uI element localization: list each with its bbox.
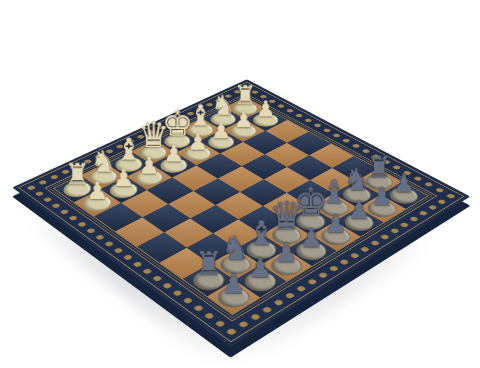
square-e6[interactable] [196,154,241,179]
white-piece-base [110,154,148,175]
white-piece-base [203,132,240,152]
black-pawn[interactable]: ♟ [209,270,259,297]
square-h7[interactable]: ♟ [244,109,287,131]
white-bishop[interactable]: ♝ [180,101,221,130]
board-scene: ♜♟♜♟♞♟♞♟♝♟♝♟♚♟♚♟♛♟♛♟♝♟♝♟♞♟♞♟♜♟♜♟ [0,0,480,368]
square-g6[interactable] [243,131,287,154]
white-piece-base [225,121,262,140]
white-piece-base [227,99,263,117]
square-e7[interactable]: ♟ [176,141,220,165]
square-f8[interactable]: ♝ [179,119,222,142]
white-pawn[interactable]: ♟ [246,98,286,120]
white-pawn[interactable]: ♟ [153,142,196,165]
white-pawn[interactable]: ♟ [177,130,219,153]
white-piece-base [159,131,196,151]
white-pawn[interactable]: ♟ [223,108,264,130]
white-knight[interactable]: ♞ [82,147,125,176]
white-pawn[interactable]: ♟ [128,154,171,178]
white-piece-base [248,110,284,129]
white-piece-base [135,142,173,162]
white-rook[interactable]: ♜ [225,82,265,108]
white-pawn[interactable]: ♟ [75,178,120,202]
square-e5[interactable] [218,166,264,192]
square-g8[interactable]: ♞ [202,108,244,130]
square-d7[interactable]: ♟ [151,153,196,178]
white-bishop[interactable]: ♝ [108,134,151,164]
white-piece-base [179,143,217,163]
square-f5[interactable] [242,154,287,179]
square-g7[interactable]: ♟ [222,119,265,142]
square-c7[interactable]: ♟ [126,165,172,191]
square-h6[interactable] [265,120,308,143]
square-e8[interactable]: ♚ [156,129,200,152]
square-c8[interactable]: ♝ [106,152,151,177]
square-f7[interactable]: ♟ [199,130,243,153]
square-d8[interactable]: ♛ [131,140,175,164]
product-photo-stage: ♜♟♜♟♞♟♞♟♝♟♝♟♚♟♚♟♛♟♛♟♝♟♝♟♞♟♞♟♜♟♜♟ [0,0,480,368]
square-h5[interactable] [287,132,331,156]
white-piece-base [182,120,219,139]
white-king[interactable]: ♚ [157,106,198,141]
white-queen[interactable]: ♛ [133,117,175,152]
white-piece-base [130,166,169,188]
square-h8[interactable]: ♜ [224,98,266,119]
square-f6[interactable] [220,142,264,166]
white-knight[interactable]: ♞ [203,92,243,119]
square-g5[interactable] [265,143,310,167]
chess-board: ♜♟♜♟♞♟♞♟♝♟♝♟♚♟♚♟♛♟♛♟♝♟♝♟♞♟♞♟♜♟♜♟ [12,79,470,347]
white-piece-base [205,110,241,129]
square-d6[interactable] [172,165,218,191]
white-piece-base [155,155,193,176]
white-pawn[interactable]: ♟ [201,119,242,142]
